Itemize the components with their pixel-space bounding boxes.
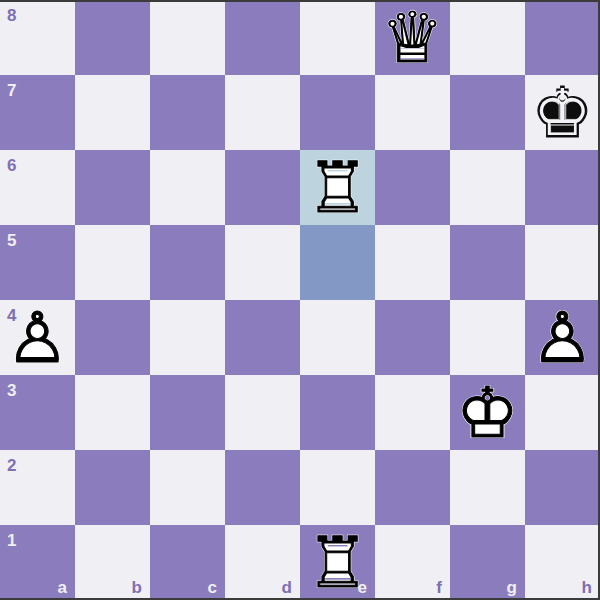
- square-f5[interactable]: [375, 225, 450, 300]
- white-king-glyph-outline: ♔: [450, 378, 525, 448]
- rank-label-6: 6: [7, 157, 16, 174]
- white-rook-glyph-outline: ♖: [300, 528, 375, 598]
- white-pawn-glyph-outline: ♙: [525, 303, 600, 373]
- square-c8[interactable]: [150, 0, 225, 75]
- square-e7[interactable]: [300, 75, 375, 150]
- square-g6[interactable]: [450, 150, 525, 225]
- file-label-d: d: [282, 579, 292, 596]
- square-e5-last-move-from[interactable]: [300, 225, 375, 300]
- file-label-c: c: [208, 579, 217, 596]
- square-a3[interactable]: 3: [0, 375, 75, 450]
- white-queen-glyph-outline: ♕: [375, 3, 450, 73]
- white-king-piece[interactable]: ♚♔: [450, 375, 525, 450]
- square-f7[interactable]: [375, 75, 450, 150]
- square-g7[interactable]: [450, 75, 525, 150]
- square-a1[interactable]: 1a: [0, 525, 75, 600]
- square-e8[interactable]: [300, 0, 375, 75]
- black-king-glyph-outline: ♔: [528, 80, 597, 144]
- square-e3[interactable]: [300, 375, 375, 450]
- square-b6[interactable]: [75, 150, 150, 225]
- square-f8[interactable]: ♛♕: [375, 0, 450, 75]
- square-h6[interactable]: [525, 150, 600, 225]
- square-e2[interactable]: [300, 450, 375, 525]
- rank-label-8: 8: [7, 7, 16, 24]
- square-c4[interactable]: [150, 300, 225, 375]
- rank-label-1: 1: [7, 532, 16, 549]
- file-label-b: b: [132, 579, 142, 596]
- square-g4[interactable]: [450, 300, 525, 375]
- square-b8[interactable]: [75, 0, 150, 75]
- square-c2[interactable]: [150, 450, 225, 525]
- black-king-piece[interactable]: ♚♔: [525, 75, 600, 150]
- square-a4[interactable]: 4♟♙: [0, 300, 75, 375]
- rank-label-7: 7: [7, 82, 16, 99]
- square-f3[interactable]: [375, 375, 450, 450]
- file-label-f: f: [436, 579, 442, 596]
- white-pawn-piece[interactable]: ♟♙: [525, 300, 600, 375]
- square-g1[interactable]: g: [450, 525, 525, 600]
- rank-label-2: 2: [7, 457, 16, 474]
- chess-board: 8♛♕7♚♔6♜♖54♟♙♟♙3♚♔21abcde♜♖fgh: [0, 0, 600, 600]
- square-g8[interactable]: [450, 0, 525, 75]
- square-h3[interactable]: [525, 375, 600, 450]
- square-c6[interactable]: [150, 150, 225, 225]
- square-e4[interactable]: [300, 300, 375, 375]
- square-g5[interactable]: [450, 225, 525, 300]
- square-b2[interactable]: [75, 450, 150, 525]
- square-b7[interactable]: [75, 75, 150, 150]
- square-d4[interactable]: [225, 300, 300, 375]
- white-pawn-piece[interactable]: ♟♙: [0, 300, 75, 375]
- white-rook-piece[interactable]: ♜♖: [300, 525, 375, 600]
- square-d8[interactable]: [225, 0, 300, 75]
- square-f6[interactable]: [375, 150, 450, 225]
- square-b5[interactable]: [75, 225, 150, 300]
- square-b3[interactable]: [75, 375, 150, 450]
- square-h7[interactable]: ♚♔: [525, 75, 600, 150]
- square-c5[interactable]: [150, 225, 225, 300]
- square-g2[interactable]: [450, 450, 525, 525]
- square-d6[interactable]: [225, 150, 300, 225]
- square-d3[interactable]: [225, 375, 300, 450]
- white-rook-piece[interactable]: ♜♖: [300, 150, 375, 225]
- square-a6[interactable]: 6: [0, 150, 75, 225]
- square-f1[interactable]: f: [375, 525, 450, 600]
- white-queen-piece[interactable]: ♛♕: [375, 0, 450, 75]
- white-pawn-glyph-outline: ♙: [0, 303, 75, 373]
- file-label-a: a: [58, 579, 67, 596]
- file-label-g: g: [507, 579, 517, 596]
- square-h4[interactable]: ♟♙: [525, 300, 600, 375]
- square-f2[interactable]: [375, 450, 450, 525]
- square-e6-last-move-to[interactable]: ♜♖: [300, 150, 375, 225]
- square-e1[interactable]: e♜♖: [300, 525, 375, 600]
- square-d2[interactable]: [225, 450, 300, 525]
- square-a7[interactable]: 7: [0, 75, 75, 150]
- white-rook-glyph-outline: ♖: [300, 153, 375, 223]
- square-h1[interactable]: h: [525, 525, 600, 600]
- square-d5[interactable]: [225, 225, 300, 300]
- square-f4[interactable]: [375, 300, 450, 375]
- square-b4[interactable]: [75, 300, 150, 375]
- square-g3[interactable]: ♚♔: [450, 375, 525, 450]
- square-d7[interactable]: [225, 75, 300, 150]
- rank-label-5: 5: [7, 232, 16, 249]
- square-c1[interactable]: c: [150, 525, 225, 600]
- square-a8[interactable]: 8: [0, 0, 75, 75]
- rank-label-3: 3: [7, 382, 16, 399]
- square-c7[interactable]: [150, 75, 225, 150]
- square-b1[interactable]: b: [75, 525, 150, 600]
- file-label-h: h: [582, 579, 592, 596]
- square-h8[interactable]: [525, 0, 600, 75]
- square-h2[interactable]: [525, 450, 600, 525]
- square-a2[interactable]: 2: [0, 450, 75, 525]
- square-d1[interactable]: d: [225, 525, 300, 600]
- square-a5[interactable]: 5: [0, 225, 75, 300]
- square-c3[interactable]: [150, 375, 225, 450]
- square-h5[interactable]: [525, 225, 600, 300]
